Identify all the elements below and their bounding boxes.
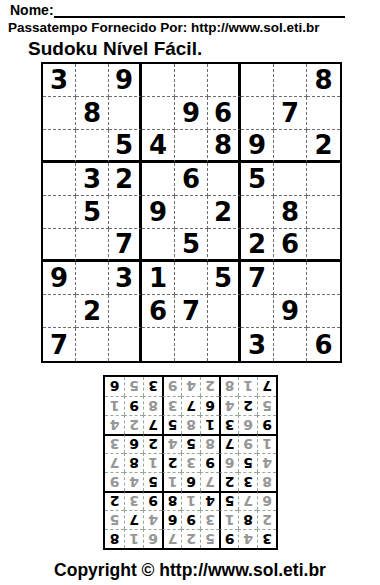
puzzle-cell-r8c5: 7: [175, 295, 208, 328]
puzzle-cell-r9c3: [109, 328, 142, 361]
solution-cell-r2c6: 6: [162, 510, 181, 529]
puzzle-cell-r4c3: 2: [109, 163, 142, 196]
solution-cell-r8c2: 2: [238, 396, 257, 415]
solution-cell-r2c3: 1: [219, 510, 238, 529]
solution-cell-r8c9: 1: [105, 396, 124, 415]
puzzle-cell-r1c7: [241, 64, 274, 97]
solution-cell-r3c6: 8: [162, 491, 181, 510]
solution-cell-r5c3: 6: [219, 453, 238, 472]
solution-cell-r1c6: 7: [162, 529, 181, 548]
puzzle-cell-r6c3: 7: [109, 229, 142, 262]
puzzle-cell-r6c1: [43, 229, 76, 262]
puzzle-cell-r3c9: 2: [307, 130, 340, 163]
puzzle-cell-r5c7: [241, 196, 274, 229]
solution-cell-r1c9: 8: [105, 529, 124, 548]
solution-cell-r2c9: 5: [105, 510, 124, 529]
solution-cell-r8c7: 8: [143, 396, 162, 415]
puzzle-cell-r4c5: 6: [175, 163, 208, 196]
puzzle-cell-r3c2: [76, 130, 109, 163]
solution-cell-r5c2: 5: [238, 453, 257, 472]
puzzle-cell-r3c8: [274, 130, 307, 163]
puzzle-cell-r8c4: 6: [142, 295, 175, 328]
puzzle-cell-r7c1: 9: [43, 262, 76, 295]
puzzle-cell-r1c2: [76, 64, 109, 97]
solution-cell-r8c3: 4: [219, 396, 238, 415]
solution-cell-r1c1: 3: [257, 529, 276, 548]
solution-cell-r4c2: 3: [238, 472, 257, 491]
puzzle-cell-r7c5: [175, 262, 208, 295]
name-label: Nome:: [10, 3, 54, 18]
solution-cell-r6c6: 4: [162, 434, 181, 453]
solution-cell-r8c1: 5: [257, 396, 276, 415]
puzzle-cell-r5c9: [307, 196, 340, 229]
sudoku-worksheet-page: Nome: Passatempo Fornecido Por: http://w…: [0, 0, 380, 585]
puzzle-cell-r9c4: [142, 328, 175, 361]
solution-cell-r9c1: 7: [257, 377, 276, 396]
name-row: Nome:: [10, 3, 345, 18]
puzzle-cell-r8c6: [208, 295, 241, 328]
puzzle-cell-r9c6: [208, 328, 241, 361]
puzzle-cell-r3c6: 8: [208, 130, 241, 163]
solution-cell-r7c4: 1: [200, 415, 219, 434]
puzzle-cell-r2c4: [142, 97, 175, 130]
solution-cell-r9c7: 3: [143, 377, 162, 396]
solution-cell-r7c1: 9: [257, 415, 276, 434]
solution-cell-r7c9: 4: [105, 415, 124, 434]
solution-cell-r9c9: 6: [105, 377, 124, 396]
puzzle-cell-r5c5: [175, 196, 208, 229]
puzzle-cell-r5c6: 2: [208, 196, 241, 229]
puzzle-cell-r8c2: 2: [76, 295, 109, 328]
puzzle-cell-r7c9: [307, 262, 340, 295]
puzzle-cell-r7c4: 1: [142, 262, 175, 295]
solution-cell-r7c7: 7: [143, 415, 162, 434]
puzzle-cell-r4c6: [208, 163, 241, 196]
solution-cell-r8c5: 7: [181, 396, 200, 415]
puzzle-cell-r6c5: 5: [175, 229, 208, 262]
puzzle-cell-r7c8: [274, 262, 307, 295]
puzzle-cell-r2c5: 9: [175, 97, 208, 130]
puzzle-cell-r3c3: 5: [109, 130, 142, 163]
solution-cell-r2c5: 9: [181, 510, 200, 529]
solution-cell-r9c4: 2: [200, 377, 219, 396]
puzzle-cell-r6c6: [208, 229, 241, 262]
solution-cell-r5c6: 2: [162, 453, 181, 472]
puzzle-cell-r8c3: [109, 295, 142, 328]
puzzle-cell-r7c3: 3: [109, 262, 142, 295]
puzzle-cell-r8c9: [307, 295, 340, 328]
puzzle-cell-r9c8: [274, 328, 307, 361]
puzzle-cell-r1c3: 9: [109, 64, 142, 97]
puzzle-cell-r4c7: 5: [241, 163, 274, 196]
sudoku-solution-grid-rotated-180: 3495276182813964756754189328327615494569…: [103, 375, 278, 550]
solution-cell-r8c8: 9: [124, 396, 143, 415]
puzzle-cell-r6c9: [307, 229, 340, 262]
solution-cell-r4c9: 9: [105, 472, 124, 491]
puzzle-cell-r5c3: [109, 196, 142, 229]
solution-cell-r4c8: 4: [124, 472, 143, 491]
puzzle-cell-r1c9: 8: [307, 64, 340, 97]
puzzle-cell-r5c1: [43, 196, 76, 229]
sudoku-puzzle-grid: 398896754892326559287526931572679736: [41, 62, 342, 363]
solution-cell-r4c1: 8: [257, 472, 276, 491]
page-title: Sudoku Nível Fácil.: [28, 38, 202, 60]
solution-cell-r7c6: 5: [162, 415, 181, 434]
solution-cell-r9c2: 1: [238, 377, 257, 396]
puzzle-cell-r7c7: 7: [241, 262, 274, 295]
solution-cell-r6c8: 6: [124, 434, 143, 453]
puzzle-cell-r1c1: 3: [43, 64, 76, 97]
solution-cell-r6c5: 5: [181, 434, 200, 453]
puzzle-cell-r9c9: 6: [307, 328, 340, 361]
solution-cell-r5c7: 1: [143, 453, 162, 472]
solution-cell-r5c1: 4: [257, 453, 276, 472]
puzzle-cell-r4c4: [142, 163, 175, 196]
solution-cell-r1c2: 4: [238, 529, 257, 548]
puzzle-cell-r9c5: [175, 328, 208, 361]
solution-cell-r9c8: 5: [124, 377, 143, 396]
solution-cell-r5c9: 7: [105, 453, 124, 472]
puzzle-cell-r5c2: 5: [76, 196, 109, 229]
solution-cell-r7c5: 8: [181, 415, 200, 434]
solution-cell-r4c3: 2: [219, 472, 238, 491]
puzzle-cell-r6c7: 2: [241, 229, 274, 262]
solution-cell-r9c3: 8: [219, 377, 238, 396]
solution-cell-r5c4: 9: [200, 453, 219, 472]
solution-cell-r1c3: 9: [219, 529, 238, 548]
solution-cell-r6c9: 3: [105, 434, 124, 453]
solution-cell-r4c4: 7: [200, 472, 219, 491]
puzzle-cell-r7c6: 5: [208, 262, 241, 295]
puzzle-cell-r1c6: [208, 64, 241, 97]
solution-cell-r3c8: 3: [124, 491, 143, 510]
puzzle-cell-r6c2: [76, 229, 109, 262]
solution-grid-wrapper: 3495276182813964756754189328327615494569…: [103, 375, 278, 550]
puzzle-cell-r4c8: [274, 163, 307, 196]
puzzle-cell-r3c7: 9: [241, 130, 274, 163]
solution-cell-r3c3: 5: [219, 491, 238, 510]
solution-cell-r2c2: 8: [238, 510, 257, 529]
solution-cell-r8c4: 6: [200, 396, 219, 415]
solution-cell-r6c4: 8: [200, 434, 219, 453]
solution-cell-r2c1: 2: [257, 510, 276, 529]
puzzle-cell-r5c4: 9: [142, 196, 175, 229]
solution-cell-r3c1: 6: [257, 491, 276, 510]
puzzle-cell-r2c9: [307, 97, 340, 130]
puzzle-cell-r8c8: 9: [274, 295, 307, 328]
solution-cell-r9c6: 9: [162, 377, 181, 396]
puzzle-cell-r9c7: 3: [241, 328, 274, 361]
solution-cell-r2c8: 7: [124, 510, 143, 529]
solution-cell-r6c1: 1: [257, 434, 276, 453]
provider-line: Passatempo Fornecido Por: http://www.sol…: [8, 20, 320, 35]
puzzle-cell-r6c8: 6: [274, 229, 307, 262]
puzzle-cell-r2c8: 7: [274, 97, 307, 130]
solution-cell-r7c2: 6: [238, 415, 257, 434]
solution-cell-r3c2: 7: [238, 491, 257, 510]
puzzle-cell-r2c3: [109, 97, 142, 130]
solution-cell-r6c2: 9: [238, 434, 257, 453]
solution-cell-r5c5: 3: [181, 453, 200, 472]
puzzle-cell-r2c1: [43, 97, 76, 130]
solution-cell-r4c5: 6: [181, 472, 200, 491]
puzzle-cell-r9c1: 7: [43, 328, 76, 361]
puzzle-cell-r6c4: [142, 229, 175, 262]
solution-cell-r3c7: 9: [143, 491, 162, 510]
solution-cell-r3c4: 4: [200, 491, 219, 510]
puzzle-cell-r4c9: [307, 163, 340, 196]
puzzle-cell-r3c5: [175, 130, 208, 163]
solution-cell-r4c6: 1: [162, 472, 181, 491]
puzzle-cell-r5c8: 8: [274, 196, 307, 229]
puzzle-cell-r1c5: [175, 64, 208, 97]
solution-cell-r7c3: 3: [219, 415, 238, 434]
solution-cell-r3c5: 1: [181, 491, 200, 510]
solution-cell-r1c7: 6: [143, 529, 162, 548]
solution-cell-r6c7: 2: [143, 434, 162, 453]
puzzle-cell-r4c1: [43, 163, 76, 196]
solution-cell-r2c7: 4: [143, 510, 162, 529]
solution-cell-r5c8: 8: [124, 453, 143, 472]
puzzle-cell-r1c4: [142, 64, 175, 97]
solution-cell-r3c9: 2: [105, 491, 124, 510]
solution-cell-r2c4: 3: [200, 510, 219, 529]
name-fill-in-line: [54, 3, 345, 18]
puzzle-cell-r4c2: 3: [76, 163, 109, 196]
puzzle-cell-r9c2: [76, 328, 109, 361]
copyright-line: Copyright © http://www.sol.eti.br: [0, 560, 380, 581]
puzzle-cell-r3c4: 4: [142, 130, 175, 163]
solution-cell-r9c5: 4: [181, 377, 200, 396]
puzzle-cell-r8c1: [43, 295, 76, 328]
solution-cell-r7c8: 2: [124, 415, 143, 434]
solution-cell-r6c3: 7: [219, 434, 238, 453]
puzzle-cell-r7c2: [76, 262, 109, 295]
puzzle-cell-r1c8: [274, 64, 307, 97]
puzzle-cell-r8c7: [241, 295, 274, 328]
puzzle-cell-r2c2: 8: [76, 97, 109, 130]
solution-cell-r1c4: 5: [200, 529, 219, 548]
solution-cell-r1c8: 1: [124, 529, 143, 548]
puzzle-cell-r2c7: [241, 97, 274, 130]
puzzle-cell-r3c1: [43, 130, 76, 163]
puzzle-cell-r2c6: 6: [208, 97, 241, 130]
solution-cell-r1c5: 2: [181, 529, 200, 548]
solution-cell-r8c6: 3: [162, 396, 181, 415]
solution-cell-r4c7: 5: [143, 472, 162, 491]
